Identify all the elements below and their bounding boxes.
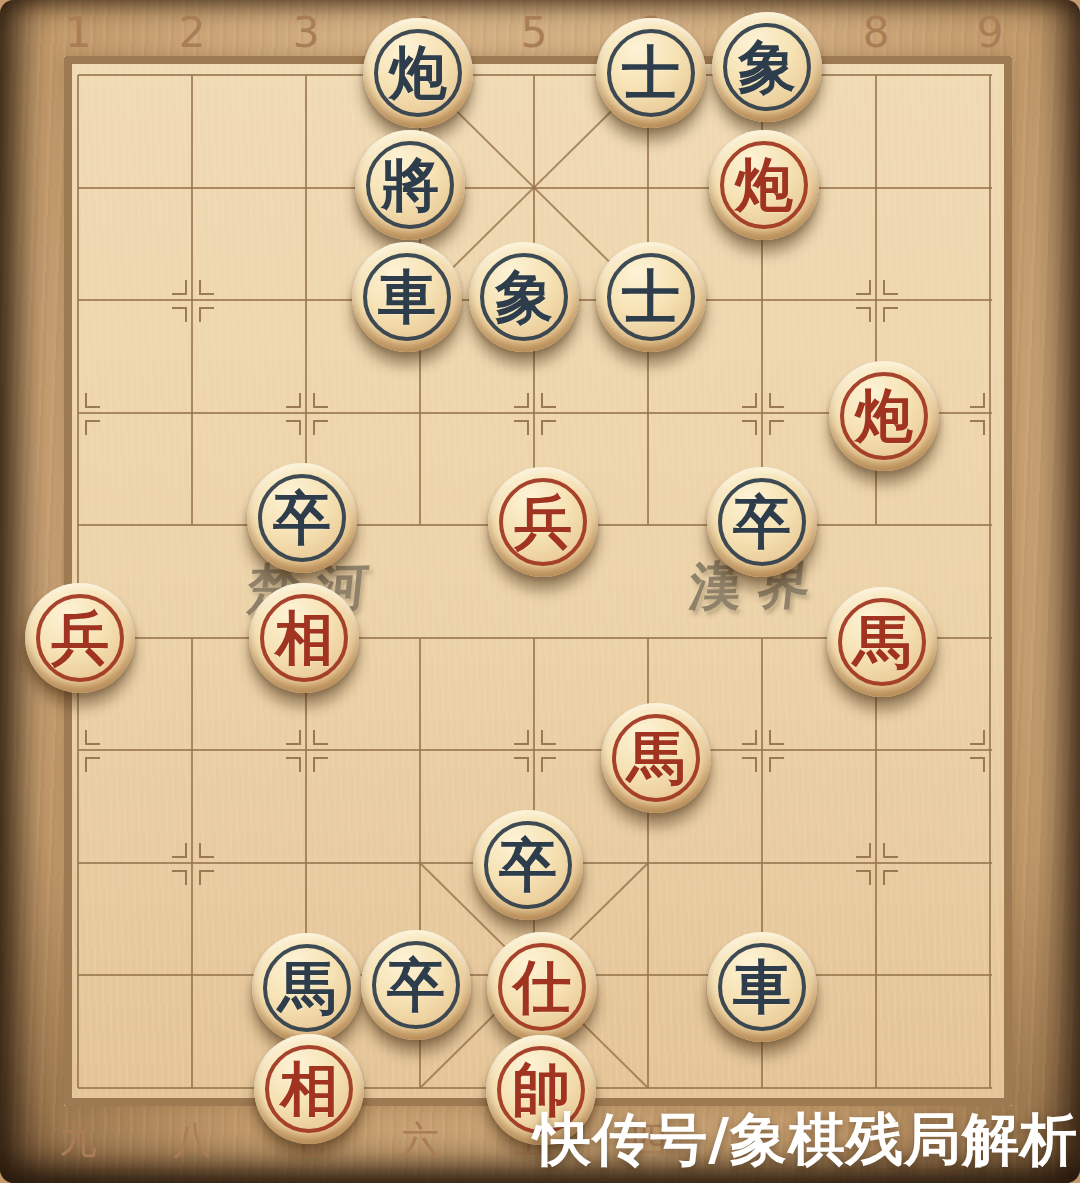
piece-black-advisor-f6r3[interactable]: 士: [596, 242, 706, 352]
watermark-text: 快传号/象棋残局解析: [534, 1102, 1078, 1179]
piece-glyph: 炮: [855, 387, 913, 445]
piece-glyph: 車: [733, 958, 791, 1016]
piece-glyph: 象: [738, 38, 796, 96]
piece-red-advisor-f5r9[interactable]: 仕: [487, 932, 597, 1042]
piece-black-advisor-f6r1[interactable]: 士: [596, 18, 706, 128]
piece-black-elephant-f5r3[interactable]: 象: [469, 242, 579, 352]
piece-glyph: 士: [622, 268, 680, 326]
piece-glyph: 卒: [273, 489, 331, 547]
piece-glyph: 將: [381, 156, 439, 214]
pieces-layer: 炮士象將炮車象士炮卒兵卒兵相馬馬卒馬卒仕車相帥: [0, 0, 1080, 1183]
piece-glyph: 炮: [389, 44, 447, 102]
piece-red-elephant-f3r6[interactable]: 相: [249, 583, 359, 693]
piece-glyph: 卒: [387, 956, 445, 1014]
piece-black-cannon-f4r1[interactable]: 炮: [363, 18, 473, 128]
piece-red-horse-f8r6[interactable]: 馬: [827, 587, 937, 697]
piece-glyph: 兵: [51, 609, 109, 667]
piece-glyph: 馬: [853, 613, 911, 671]
piece-black-soldier-f4r9[interactable]: 卒: [361, 930, 471, 1040]
piece-red-soldier-f5r5[interactable]: 兵: [488, 467, 598, 577]
piece-glyph: 兵: [514, 493, 572, 551]
piece-red-cannon-f8r4[interactable]: 炮: [829, 361, 939, 471]
piece-glyph: 士: [622, 44, 680, 102]
piece-glyph: 炮: [735, 156, 793, 214]
piece-glyph: 馬: [627, 729, 685, 787]
piece-glyph: 車: [378, 268, 436, 326]
piece-glyph: 相: [280, 1060, 338, 1118]
piece-glyph: 卒: [499, 836, 557, 894]
piece-red-horse-f6r7[interactable]: 馬: [601, 703, 711, 813]
piece-glyph: 仕: [513, 958, 571, 1016]
xiangqi-board-screenshot: 楚河 漢界 123456789九八七六五四三二一 炮士象將炮車象士炮卒兵卒兵相馬…: [0, 0, 1080, 1183]
piece-glyph: 象: [495, 268, 553, 326]
piece-black-soldier-f3r5[interactable]: 卒: [247, 463, 357, 573]
piece-black-elephant-f7r1[interactable]: 象: [712, 12, 822, 122]
piece-black-chariot-f7r9[interactable]: 車: [707, 932, 817, 1042]
piece-red-elephant-f3r10[interactable]: 相: [254, 1034, 364, 1144]
piece-black-horse-f3r9[interactable]: 馬: [252, 933, 362, 1043]
piece-black-soldier-f7r5[interactable]: 卒: [707, 467, 817, 577]
piece-glyph: 相: [275, 609, 333, 667]
piece-red-soldier-f1r6[interactable]: 兵: [25, 583, 135, 693]
piece-black-soldier-f5r8[interactable]: 卒: [473, 810, 583, 920]
piece-black-general-f4r2[interactable]: 將: [355, 130, 465, 240]
piece-red-cannon-f7r2[interactable]: 炮: [709, 130, 819, 240]
piece-glyph: 馬: [278, 959, 336, 1017]
piece-glyph: 卒: [733, 493, 791, 551]
piece-black-chariot-f4r3[interactable]: 車: [352, 242, 462, 352]
